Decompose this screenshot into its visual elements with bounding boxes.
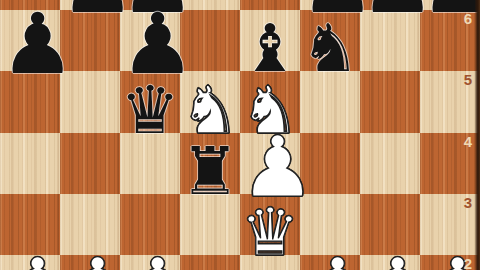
square-f6[interactable]: ♞ — [300, 10, 360, 71]
piece-black-knight[interactable]: ♞ — [300, 16, 360, 82]
piece-black-queen[interactable]: ♛ — [120, 78, 180, 144]
square-h7[interactable]: ♟ — [420, 0, 480, 10]
square-c5[interactable]: ♛ — [120, 71, 180, 132]
rank-label-3: 3 — [464, 195, 472, 210]
square-c2[interactable]: ♟ — [120, 255, 180, 270]
square-f7[interactable]: ♟ — [300, 0, 360, 10]
square-b2[interactable]: ♟ — [60, 255, 120, 270]
board-viewport: ♟♟♟♟♟♟♟♝♞6♛♞♞5♜♟4♛3♟♟♟♟♟♟2 — [0, 0, 480, 270]
square-d4[interactable]: ♜ — [180, 133, 240, 194]
square-g4[interactable] — [360, 133, 420, 194]
square-h4[interactable]: 4 — [420, 133, 480, 194]
square-d5[interactable]: ♞ — [180, 71, 240, 132]
square-e6[interactable]: ♝ — [240, 10, 300, 71]
rank-label-4: 4 — [464, 134, 472, 149]
square-g5[interactable] — [360, 71, 420, 132]
piece-white-queen[interactable]: ♛ — [240, 200, 300, 266]
square-g2[interactable]: ♟ — [360, 255, 420, 270]
chess-board: ♟♟♟♟♟♟♟♝♞6♛♞♞5♜♟4♛3♟♟♟♟♟♟2 — [0, 0, 480, 270]
square-h2[interactable]: ♟2 — [420, 255, 480, 270]
piece-white-pawn[interactable]: ♟ — [60, 247, 120, 270]
square-e3[interactable]: ♛ — [240, 194, 300, 255]
rank-label-6: 6 — [464, 11, 472, 26]
square-a2[interactable]: ♟ — [0, 255, 60, 270]
piece-white-pawn[interactable]: ♟ — [360, 247, 420, 270]
square-c6[interactable]: ♟ — [120, 10, 180, 71]
piece-black-pawn[interactable]: ♟ — [360, 0, 420, 25]
piece-black-pawn[interactable]: ♟ — [0, 2, 60, 86]
square-f2[interactable]: ♟ — [300, 255, 360, 270]
piece-white-pawn[interactable]: ♟ — [120, 247, 180, 270]
piece-white-pawn[interactable]: ♟ — [0, 247, 60, 270]
rank-label-5: 5 — [464, 72, 472, 87]
square-g7[interactable]: ♟ — [360, 0, 420, 10]
square-a4[interactable] — [0, 133, 60, 194]
piece-white-pawn[interactable]: ♟ — [300, 247, 360, 270]
rank-label-2: 2 — [464, 256, 472, 270]
piece-black-rook[interactable]: ♜ — [180, 139, 240, 205]
square-e4[interactable]: ♟ — [240, 133, 300, 194]
square-e7[interactable] — [240, 0, 300, 10]
square-h5[interactable]: 5 — [420, 71, 480, 132]
square-a6[interactable]: ♟ — [0, 10, 60, 71]
board-right-edge — [475, 0, 480, 270]
square-b4[interactable] — [60, 133, 120, 194]
